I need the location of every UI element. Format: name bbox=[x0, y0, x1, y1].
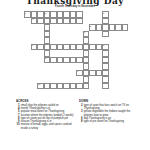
across-clues-column: ACROSS 1small ship the pilgrims sailed o… bbox=[16, 99, 78, 150]
clue-item: 10mixture of bread, eggs, and spices coo… bbox=[16, 123, 78, 129]
clue-item: 8type of pie eaten on Thanksgiving bbox=[79, 120, 135, 123]
clue-number-label: 6 bbox=[84, 31, 85, 33]
clue-number-label: 1 bbox=[25, 12, 26, 14]
worksheet-page: Thanksgiving Day Fourth Thursday in Nove… bbox=[0, 0, 150, 150]
crossword-grid-wrap: 123456788910 bbox=[24, 11, 128, 89]
clue-number-label: 2 bbox=[45, 12, 46, 14]
clue-item-number: 10 bbox=[16, 123, 20, 129]
clue-number-label: 8 bbox=[45, 57, 46, 59]
clue-number-label: 10 bbox=[38, 83, 40, 85]
clue-number-label: 4 bbox=[32, 18, 33, 20]
down-clues-column: DOWN 2type of sport that fans watch on T… bbox=[79, 99, 135, 150]
clue-number-label: 5 bbox=[90, 25, 91, 27]
crossword-grid: 123456788910 bbox=[24, 11, 128, 89]
across-header: ACROSS bbox=[16, 99, 78, 102]
clue-item-number: 8 bbox=[79, 120, 83, 123]
across-clue-list: 1small ship the pilgrims sailed on4month… bbox=[16, 103, 78, 129]
clue-item-text: type of pie eaten on Thanksgiving bbox=[84, 120, 135, 123]
down-clue-list: 2type of sport that fans watch on TV on … bbox=[79, 103, 135, 122]
down-header: DOWN bbox=[79, 99, 135, 102]
grid-gap bbox=[122, 83, 129, 90]
puzzle-subtitle: Fourth Thursday in November bbox=[55, 5, 95, 8]
clue-number-label: 8 bbox=[103, 44, 104, 46]
clue-number-label: 7 bbox=[32, 44, 33, 46]
clue-number-label: 3 bbox=[103, 12, 104, 14]
clue-number-label: 9 bbox=[77, 70, 78, 72]
clue-item-text: mixture of bread, eggs, and spices cooke… bbox=[21, 123, 78, 129]
